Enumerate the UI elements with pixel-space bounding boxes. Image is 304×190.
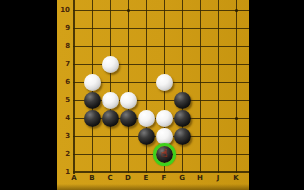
- col-label-A: A: [68, 174, 80, 182]
- grid-line-row-7: [73, 64, 249, 65]
- stone-black-G3: [174, 128, 191, 145]
- col-label-G: G: [176, 174, 188, 182]
- row-label-9: 9: [57, 24, 70, 32]
- row-label-4: 4: [57, 114, 70, 122]
- col-label-H: H: [194, 174, 206, 182]
- stone-black-E3: [138, 128, 155, 145]
- col-label-F: F: [158, 174, 170, 182]
- stone-black-B5: [84, 92, 101, 109]
- grid-line-col-J: [218, 0, 219, 173]
- row-label-5: 5: [57, 96, 70, 104]
- row-label-2: 2: [57, 150, 70, 158]
- star-point-K10: [235, 9, 238, 12]
- row-label-10: 10: [57, 6, 70, 14]
- grid-line-col-C: [110, 0, 111, 173]
- grid-line-row-10: [73, 10, 249, 11]
- grid-line-col-A: [73, 0, 75, 174]
- star-point-D10: [127, 9, 130, 12]
- col-label-B: B: [86, 174, 98, 182]
- grid-line-col-K: [236, 0, 237, 173]
- stone-black-C4: [102, 110, 119, 127]
- grid-line-col-D: [128, 0, 129, 173]
- stone-white-F6: [156, 74, 173, 91]
- stone-white-C5: [102, 92, 119, 109]
- col-label-C: C: [104, 174, 116, 182]
- col-label-D: D: [122, 174, 134, 182]
- stone-black-G4: [174, 110, 191, 127]
- stone-white-B6: [84, 74, 101, 91]
- row-label-3: 3: [57, 132, 70, 140]
- red-hand-pointer-icon: ☝: [157, 148, 171, 160]
- star-point-K4: [235, 117, 238, 120]
- stone-black-B4: [84, 110, 101, 127]
- row-label-6: 6: [57, 78, 70, 86]
- grid-line-col-H: [200, 0, 201, 173]
- stone-white-F4: [156, 110, 173, 127]
- row-label-7: 7: [57, 60, 70, 68]
- stone-white-F3: [156, 128, 173, 145]
- stone-white-E4: [138, 110, 155, 127]
- stone-white-D5: [120, 92, 137, 109]
- col-label-J: J: [212, 174, 224, 182]
- grid-line-col-E: [146, 0, 147, 173]
- board-bottom-shadow: [57, 184, 249, 190]
- grid-line-col-G: [182, 0, 183, 173]
- go-app-screen: 10987654321ABCDEFGHJK☝: [0, 0, 304, 190]
- go-board[interactable]: 10987654321ABCDEFGHJK☝: [57, 0, 249, 190]
- stone-black-D4: [120, 110, 137, 127]
- grid-line-row-1: [73, 171, 249, 173]
- col-label-K: K: [230, 174, 242, 182]
- col-label-E: E: [140, 174, 152, 182]
- grid-line-row-8: [73, 46, 249, 47]
- stone-black-G5: [174, 92, 191, 109]
- stone-white-C7: [102, 56, 119, 73]
- row-label-8: 8: [57, 42, 70, 50]
- grid-line-row-9: [73, 28, 249, 29]
